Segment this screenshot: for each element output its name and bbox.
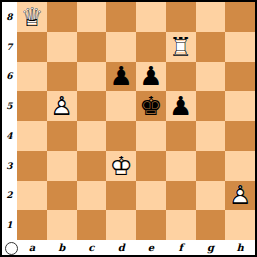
white-queen-glyph: ♕ — [20, 2, 43, 32]
square-f1[interactable] — [166, 210, 196, 240]
square-g7[interactable] — [196, 32, 226, 62]
square-f3[interactable] — [166, 151, 196, 181]
rank-label-4: 4 — [2, 121, 17, 151]
square-f5[interactable]: ♟ — [166, 91, 196, 121]
square-d7[interactable] — [106, 32, 136, 62]
square-f2[interactable] — [166, 181, 196, 211]
black-pawn-glyph: ♟ — [139, 61, 162, 91]
white-pawn-glyph: ♙ — [50, 91, 73, 121]
file-label-h: h — [225, 240, 255, 255]
black-pawn-glyph: ♟ — [109, 61, 132, 91]
white-queen-a8[interactable]: ♛♕ — [20, 4, 43, 30]
black-pawn-e6[interactable]: ♟ — [139, 63, 162, 89]
square-g1[interactable] — [196, 210, 226, 240]
square-h4[interactable] — [225, 121, 255, 151]
file-label-a: a — [17, 240, 47, 255]
file-label-f: f — [166, 240, 196, 255]
square-b5[interactable]: ♟♙ — [47, 91, 77, 121]
square-g8[interactable] — [196, 2, 226, 32]
square-d5[interactable] — [106, 91, 136, 121]
square-f6[interactable] — [166, 62, 196, 92]
rank-label-7: 7 — [2, 32, 17, 62]
rank-label-2: 2 — [2, 181, 17, 211]
square-c1[interactable] — [77, 210, 107, 240]
square-a3[interactable] — [17, 151, 47, 181]
square-c2[interactable] — [77, 181, 107, 211]
square-d8[interactable] — [106, 2, 136, 32]
square-a8[interactable]: ♛♕ — [17, 2, 47, 32]
rank-label-5: 5 — [2, 91, 17, 121]
black-pawn-d6[interactable]: ♟ — [109, 63, 132, 89]
square-c8[interactable] — [77, 2, 107, 32]
white-pawn-h2[interactable]: ♟♙ — [228, 182, 251, 208]
square-h2[interactable]: ♟♙ — [225, 181, 255, 211]
square-h5[interactable] — [225, 91, 255, 121]
file-label-g: g — [196, 240, 226, 255]
square-h6[interactable] — [225, 62, 255, 92]
file-label-b: b — [47, 240, 77, 255]
square-c5[interactable] — [77, 91, 107, 121]
square-b3[interactable] — [47, 151, 77, 181]
square-e1[interactable] — [136, 210, 166, 240]
rank-label-3: 3 — [2, 151, 17, 181]
rank-label-8: 8 — [2, 2, 17, 32]
white-rook-glyph: ♖ — [169, 32, 192, 62]
square-e8[interactable] — [136, 2, 166, 32]
square-b8[interactable] — [47, 2, 77, 32]
square-a5[interactable] — [17, 91, 47, 121]
square-a7[interactable] — [17, 32, 47, 62]
file-label-e: e — [136, 240, 166, 255]
file-label-d: d — [106, 240, 136, 255]
square-h1[interactable] — [225, 210, 255, 240]
black-king-glyph: ♚ — [139, 91, 162, 121]
rank-labels: 87654321 — [2, 2, 17, 240]
square-c7[interactable] — [77, 32, 107, 62]
square-d3[interactable]: ♚♔ — [106, 151, 136, 181]
file-label-c: c — [77, 240, 107, 255]
white-pawn-glyph: ♙ — [228, 180, 251, 210]
square-c3[interactable] — [77, 151, 107, 181]
square-b6[interactable] — [47, 62, 77, 92]
square-e3[interactable] — [136, 151, 166, 181]
black-pawn-f5[interactable]: ♟ — [169, 93, 192, 119]
square-h3[interactable] — [225, 151, 255, 181]
rank-label-1: 1 — [2, 210, 17, 240]
square-h7[interactable] — [225, 32, 255, 62]
square-g4[interactable] — [196, 121, 226, 151]
rank-label-6: 6 — [2, 62, 17, 92]
white-king-glyph: ♔ — [109, 151, 132, 181]
square-e7[interactable] — [136, 32, 166, 62]
square-g5[interactable] — [196, 91, 226, 121]
square-g3[interactable] — [196, 151, 226, 181]
square-b4[interactable] — [47, 121, 77, 151]
square-e4[interactable] — [136, 121, 166, 151]
white-pawn-b5[interactable]: ♟♙ — [50, 93, 73, 119]
chess-diagram: 87654321 ♛♕♜♖♟♟♟♙♚♟♚♔♟♙ abcdefgh — [0, 0, 257, 257]
square-g6[interactable] — [196, 62, 226, 92]
square-d1[interactable] — [106, 210, 136, 240]
square-b2[interactable] — [47, 181, 77, 211]
square-a4[interactable] — [17, 121, 47, 151]
square-f8[interactable] — [166, 2, 196, 32]
white-rook-f7[interactable]: ♜♖ — [169, 34, 192, 60]
square-e5[interactable]: ♚ — [136, 91, 166, 121]
square-f7[interactable]: ♜♖ — [166, 32, 196, 62]
file-labels: abcdefgh — [17, 240, 255, 255]
square-a1[interactable] — [17, 210, 47, 240]
square-d6[interactable]: ♟ — [106, 62, 136, 92]
white-to-move-indicator — [5, 242, 18, 255]
square-f4[interactable] — [166, 121, 196, 151]
square-e2[interactable] — [136, 181, 166, 211]
square-e6[interactable]: ♟ — [136, 62, 166, 92]
square-c6[interactable] — [77, 62, 107, 92]
square-b7[interactable] — [47, 32, 77, 62]
black-pawn-glyph: ♟ — [169, 91, 192, 121]
square-a6[interactable] — [17, 62, 47, 92]
square-d2[interactable] — [106, 181, 136, 211]
square-h8[interactable] — [225, 2, 255, 32]
square-a2[interactable] — [17, 181, 47, 211]
square-g2[interactable] — [196, 181, 226, 211]
square-c4[interactable] — [77, 121, 107, 151]
chess-board: ♛♕♜♖♟♟♟♙♚♟♚♔♟♙ — [17, 2, 255, 240]
black-king-e5[interactable]: ♚ — [139, 93, 162, 119]
square-b1[interactable] — [47, 210, 77, 240]
square-d4[interactable] — [106, 121, 136, 151]
white-king-d3[interactable]: ♚♔ — [109, 153, 132, 179]
